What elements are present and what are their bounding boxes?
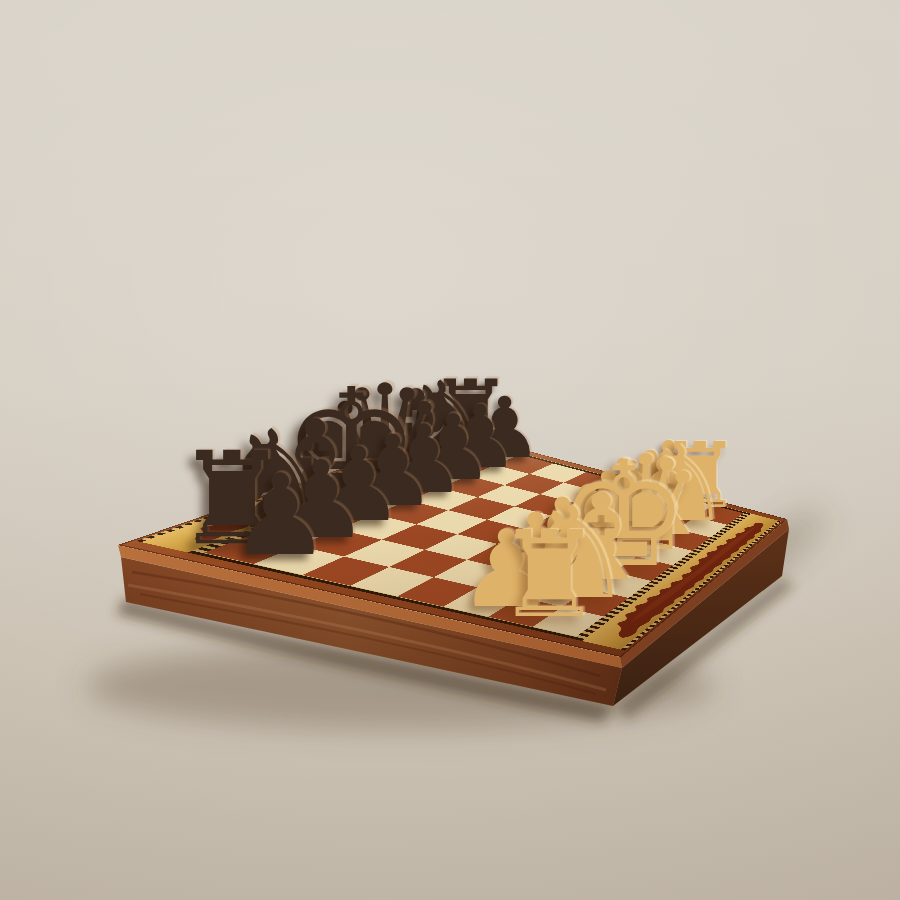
pieces-layer: ♜♞♝♛♚♝♞♜♟♟♟♟♟♟♟♟♟♟♟♟♟♟♟♟♜♞♝♛♚♝♞♜ <box>0 0 900 900</box>
piece-white-rook-h1[interactable]: ♜ <box>496 515 603 634</box>
piece-black-pawn-h7[interactable]: ♟ <box>230 460 330 572</box>
studio-scene: ♜♞♝♛♚♝♞♜♟♟♟♟♟♟♟♟♟♟♟♟♟♟♟♟♜♞♝♛♚♝♞♜ <box>0 0 900 900</box>
